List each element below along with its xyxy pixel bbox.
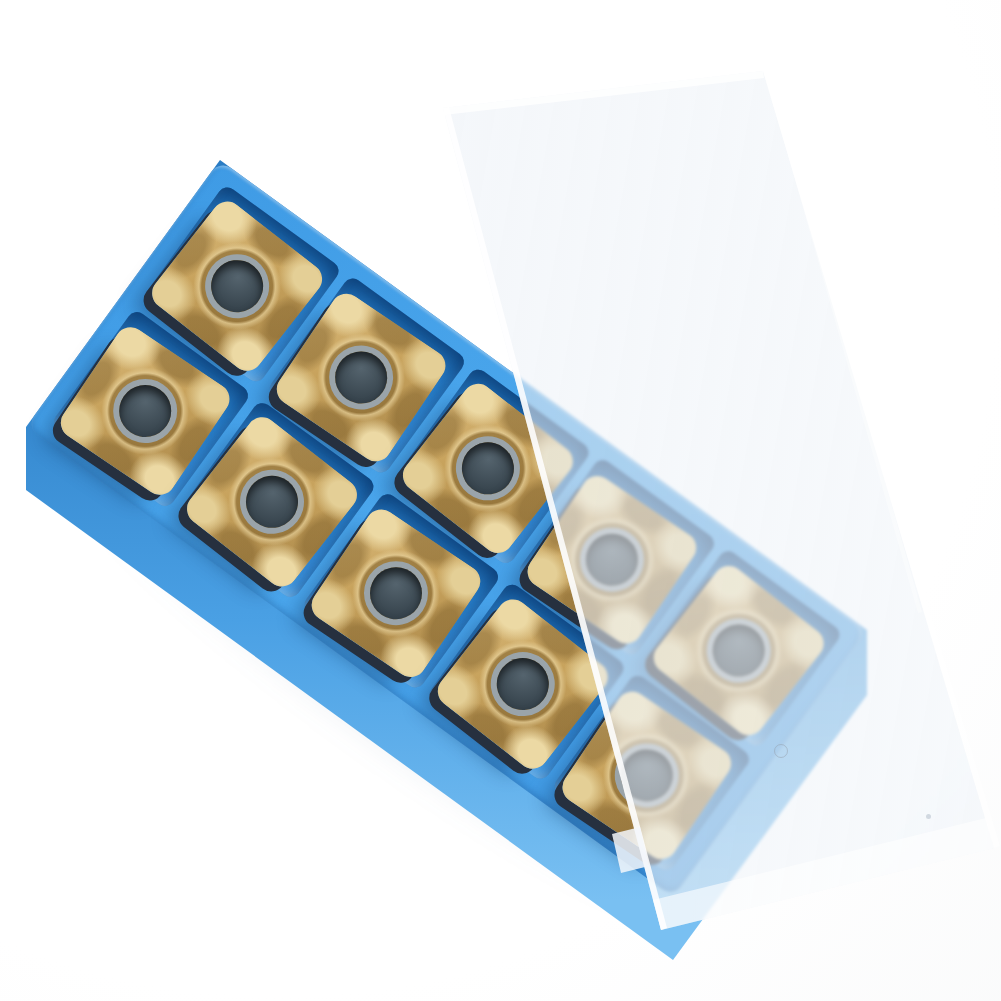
dust-speck bbox=[774, 744, 788, 758]
dust-speck bbox=[926, 814, 931, 819]
product-photo bbox=[0, 0, 1001, 1001]
